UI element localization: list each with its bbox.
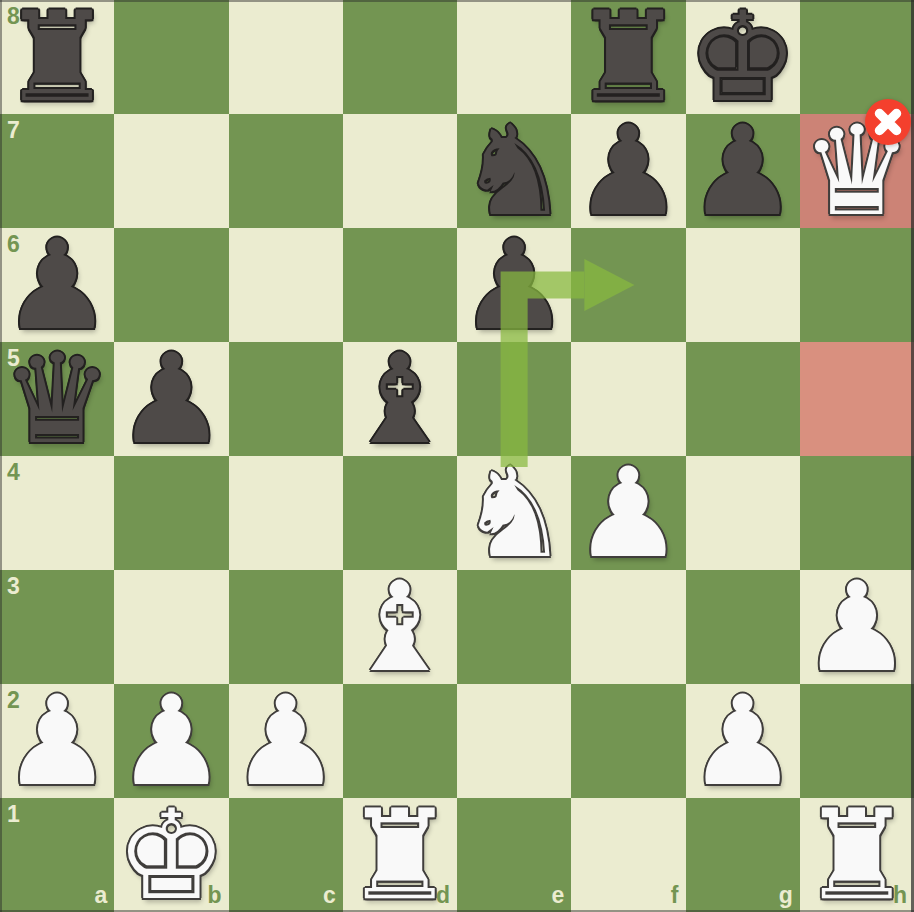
square-b1[interactable]: ♚b [114, 798, 228, 912]
piece-white-bishop[interactable]: ♝ [344, 570, 455, 684]
piece-black-pawn[interactable]: ♟ [459, 228, 570, 342]
square-g1[interactable]: g [686, 798, 800, 912]
file-label-e: e [551, 884, 564, 907]
square-b3[interactable] [114, 570, 228, 684]
square-h4[interactable] [800, 456, 914, 570]
square-g2[interactable]: ♟ [686, 684, 800, 798]
square-e7[interactable]: ♞ [457, 114, 571, 228]
square-f2[interactable] [571, 684, 685, 798]
rank-label-8: 8 [7, 5, 20, 28]
square-h8[interactable] [800, 0, 914, 114]
square-f4[interactable]: ♟ [571, 456, 685, 570]
chess-board[interactable]: ♜8♜♚7♞♟♟♛♟6♟♛5♟♝4♞♟3♝♟♟2♟♟♟1a♚bc♜defg♜h [0, 0, 914, 912]
square-d2[interactable] [343, 684, 457, 798]
file-label-g: g [779, 884, 793, 907]
square-a4[interactable]: 4 [0, 456, 114, 570]
piece-black-bishop[interactable]: ♝ [344, 342, 455, 456]
square-e3[interactable] [457, 570, 571, 684]
rank-label-5: 5 [7, 347, 20, 370]
piece-white-pawn[interactable]: ♟ [230, 684, 341, 798]
square-b8[interactable] [114, 0, 228, 114]
rank-label-6: 6 [7, 233, 20, 256]
square-f7[interactable]: ♟ [571, 114, 685, 228]
square-e8[interactable] [457, 0, 571, 114]
square-a8[interactable]: ♜8 [0, 0, 114, 114]
square-f3[interactable] [571, 570, 685, 684]
piece-black-rook[interactable]: ♜ [573, 0, 684, 114]
square-f6[interactable] [571, 228, 685, 342]
square-e1[interactable]: e [457, 798, 571, 912]
square-f1[interactable]: f [571, 798, 685, 912]
square-g8[interactable]: ♚ [686, 0, 800, 114]
square-g3[interactable] [686, 570, 800, 684]
square-e6[interactable]: ♟ [457, 228, 571, 342]
square-c3[interactable] [229, 570, 343, 684]
chess-app-screen: ♜8♜♚7♞♟♟♛♟6♟♛5♟♝4♞♟3♝♟♟2♟♟♟1a♚bc♜defg♜h [0, 0, 914, 912]
square-g6[interactable] [686, 228, 800, 342]
rank-label-3: 3 [7, 575, 20, 598]
square-a5[interactable]: ♛5 [0, 342, 114, 456]
file-label-c: c [323, 884, 336, 907]
piece-black-king[interactable]: ♚ [687, 0, 798, 114]
piece-black-pawn[interactable]: ♟ [687, 114, 798, 228]
square-g7[interactable]: ♟ [686, 114, 800, 228]
square-c8[interactable] [229, 0, 343, 114]
square-c2[interactable]: ♟ [229, 684, 343, 798]
square-c5[interactable] [229, 342, 343, 456]
square-b5[interactable]: ♟ [114, 342, 228, 456]
square-g5[interactable] [686, 342, 800, 456]
square-a7[interactable]: 7 [0, 114, 114, 228]
square-d5[interactable]: ♝ [343, 342, 457, 456]
square-h2[interactable] [800, 684, 914, 798]
square-g4[interactable] [686, 456, 800, 570]
piece-white-queen[interactable]: ♛ [801, 114, 912, 228]
square-a2[interactable]: ♟2 [0, 684, 114, 798]
file-label-a: a [94, 884, 107, 907]
square-a1[interactable]: 1a [0, 798, 114, 912]
square-e2[interactable] [457, 684, 571, 798]
square-d6[interactable] [343, 228, 457, 342]
square-h7[interactable]: ♛ [800, 114, 914, 228]
piece-black-pawn[interactable]: ♟ [116, 342, 227, 456]
square-e5[interactable] [457, 342, 571, 456]
piece-white-pawn[interactable]: ♟ [801, 570, 912, 684]
square-d3[interactable]: ♝ [343, 570, 457, 684]
piece-white-knight[interactable]: ♞ [459, 456, 570, 570]
piece-black-knight[interactable]: ♞ [459, 114, 570, 228]
square-b2[interactable]: ♟ [114, 684, 228, 798]
rank-label-7: 7 [7, 119, 20, 142]
square-b7[interactable] [114, 114, 228, 228]
rank-label-4: 4 [7, 461, 20, 484]
file-label-d: d [436, 884, 450, 907]
square-f5[interactable] [571, 342, 685, 456]
square-h3[interactable]: ♟ [800, 570, 914, 684]
square-h1[interactable]: ♜h [800, 798, 914, 912]
square-a6[interactable]: ♟6 [0, 228, 114, 342]
square-c1[interactable]: c [229, 798, 343, 912]
square-b4[interactable] [114, 456, 228, 570]
piece-white-pawn[interactable]: ♟ [687, 684, 798, 798]
square-h5[interactable] [800, 342, 914, 456]
square-c6[interactable] [229, 228, 343, 342]
square-e4[interactable]: ♞ [457, 456, 571, 570]
square-d4[interactable] [343, 456, 457, 570]
rank-label-1: 1 [7, 803, 20, 826]
square-b6[interactable] [114, 228, 228, 342]
square-d1[interactable]: ♜d [343, 798, 457, 912]
file-label-f: f [671, 884, 679, 907]
piece-black-pawn[interactable]: ♟ [573, 114, 684, 228]
square-f8[interactable]: ♜ [571, 0, 685, 114]
square-c4[interactable] [229, 456, 343, 570]
piece-white-pawn[interactable]: ♟ [116, 684, 227, 798]
piece-white-pawn[interactable]: ♟ [573, 456, 684, 570]
square-h6[interactable] [800, 228, 914, 342]
rank-label-2: 2 [7, 689, 20, 712]
square-c7[interactable] [229, 114, 343, 228]
file-label-h: h [893, 884, 907, 907]
file-label-b: b [207, 884, 221, 907]
square-d7[interactable] [343, 114, 457, 228]
square-d8[interactable] [343, 0, 457, 114]
square-a3[interactable]: 3 [0, 570, 114, 684]
